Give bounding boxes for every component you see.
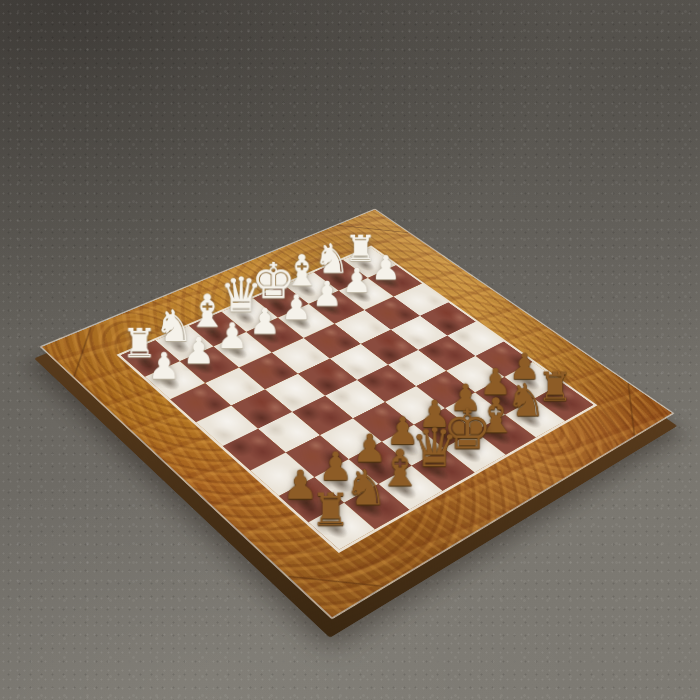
piece-white-pawn: ♟ [142,348,185,385]
board-scene: ♜♟♟♜♞♟♟♞♝♟♟♝♚♟♟♚♛♟♟♛♝♟♟♝♞♟♟♞♜♟♟♜ [109,132,606,629]
product-photo: ♜♟♟♜♞♟♟♞♝♟♟♝♚♟♟♚♛♟♟♛♝♟♟♝♞♟♟♞♜♟♟♜ [0,0,700,700]
piece-brown-rook: ♜ [307,487,354,532]
